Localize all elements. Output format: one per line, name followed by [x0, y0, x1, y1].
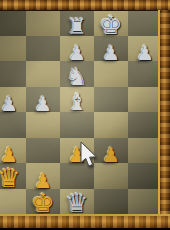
- piece-silver-pawn-d5[interactable]: ♟: [0, 94, 26, 114]
- cursor-arrow-icon: [79, 142, 101, 168]
- piece-gold-pawn-d3[interactable]: ♟: [0, 145, 26, 165]
- piece-silver-pawn-f7[interactable]: ♟: [60, 43, 94, 63]
- window-edge: [0, 228, 170, 230]
- piece-silver-rook-f8[interactable]: ♜: [60, 16, 94, 38]
- piece-silver-bishop-f5[interactable]: ♝: [60, 91, 94, 114]
- piece-gold-queen-d2[interactable]: ♛: [0, 165, 26, 191]
- chess-app-window: ♜♚♟♟♟♞♟♟♝♟♟♟♛♟♚♛: [0, 0, 170, 230]
- board-frame-top: [0, 0, 170, 11]
- board-frame-right: [158, 10, 170, 214]
- piece-silver-knight-f6[interactable]: ♞: [60, 65, 94, 89]
- piece-silver-queen-f1[interactable]: ♛: [60, 190, 94, 216]
- piece-silver-king-g8[interactable]: ♚: [94, 12, 128, 38]
- piece-layer: ♜♚♟♟♟♞♟♟♝♟♟♟♛♟♚♛: [0, 10, 162, 214]
- piece-silver-pawn-e5[interactable]: ♟: [26, 94, 60, 114]
- piece-gold-king-e1[interactable]: ♚: [26, 190, 60, 216]
- piece-silver-pawn-h7[interactable]: ♟: [128, 43, 162, 63]
- piece-silver-pawn-g7[interactable]: ♟: [94, 43, 128, 63]
